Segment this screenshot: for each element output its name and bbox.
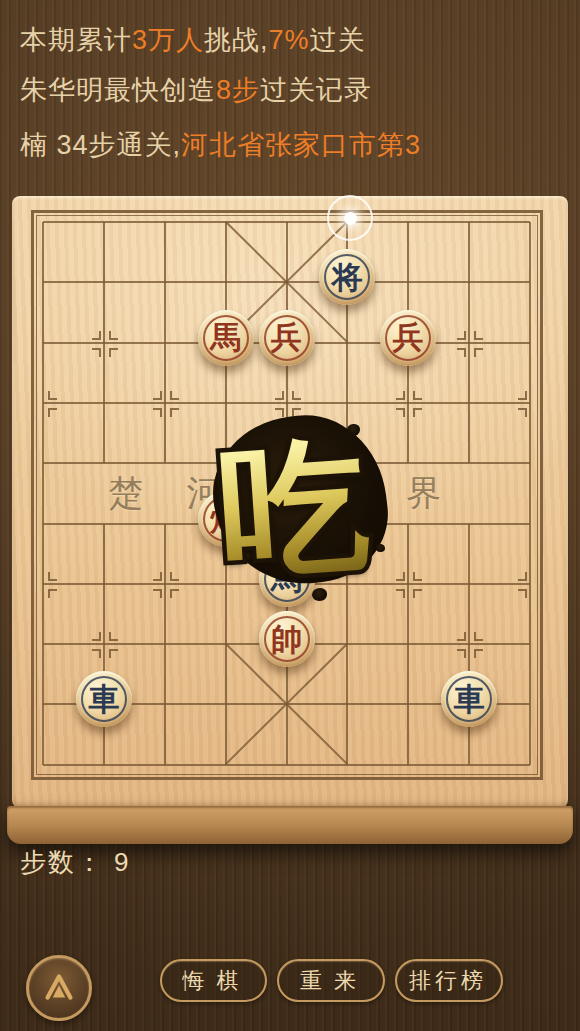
stats-segment: 挑战, xyxy=(204,25,269,55)
point-marker xyxy=(457,649,466,658)
xiangqi-board[interactable]: 楚 河 漢 界 将馬兵兵炮兵馬帥車車 吃 吃 xyxy=(12,196,568,808)
piece-character: 車 xyxy=(88,684,119,715)
point-marker xyxy=(474,649,483,658)
point-marker xyxy=(48,589,57,598)
last-move-dot-icon xyxy=(344,212,357,225)
point-marker xyxy=(396,589,405,598)
point-marker xyxy=(48,391,57,400)
stats-segment: 过关 xyxy=(310,25,366,55)
restart-button[interactable]: 重来 xyxy=(277,959,385,1002)
point-marker xyxy=(92,649,101,658)
board-front-edge xyxy=(7,806,573,844)
stats-segment: 楠 34步通关, xyxy=(20,130,181,160)
point-marker xyxy=(92,348,101,357)
point-marker xyxy=(92,632,101,641)
point-marker xyxy=(109,331,118,340)
stats-segment: 3万人 xyxy=(132,25,204,55)
stats-segment: 过关记录 xyxy=(260,75,372,105)
point-marker xyxy=(474,632,483,641)
point-marker xyxy=(292,391,301,400)
expand-button[interactable] xyxy=(26,955,92,1021)
stats-line-2: 朱华明最快创造8步过关记录 xyxy=(20,72,372,108)
grid-line-v xyxy=(164,222,166,463)
point-marker xyxy=(396,391,405,400)
point-marker xyxy=(170,391,179,400)
capture-text: 吃 xyxy=(215,429,373,587)
point-marker xyxy=(518,589,527,598)
grid-line-v xyxy=(529,222,531,765)
point-marker xyxy=(48,408,57,417)
grid-line-v xyxy=(407,524,409,765)
piece-red-兵[interactable]: 兵 xyxy=(380,310,436,366)
piece-character: 車 xyxy=(454,684,485,715)
piece-character: 将 xyxy=(332,262,363,293)
stats-segment: 朱华明最快创造 xyxy=(20,75,216,105)
point-marker xyxy=(518,391,527,400)
point-marker xyxy=(275,408,284,417)
grid-line-v xyxy=(468,222,470,463)
point-marker xyxy=(413,391,422,400)
piece-character: 帥 xyxy=(271,624,302,655)
point-marker xyxy=(92,331,101,340)
leaderboard-button[interactable]: 排行榜 xyxy=(395,959,503,1002)
step-counter-label: 步数： xyxy=(20,847,104,877)
stats-line-1: 本期累计3万人挑战,7%过关 xyxy=(20,22,366,58)
stats-line-3: 楠 34步通关,河北省张家口市第3 xyxy=(20,127,421,163)
ink-speck-icon xyxy=(376,544,385,552)
grid-line-v xyxy=(103,222,105,463)
grid-line-v xyxy=(164,524,166,765)
point-marker xyxy=(170,589,179,598)
piece-character: 兵 xyxy=(393,322,424,353)
grid-line-v xyxy=(42,222,44,765)
point-marker xyxy=(109,649,118,658)
point-marker xyxy=(413,408,422,417)
point-marker xyxy=(48,572,57,581)
step-counter-value: 9 xyxy=(114,847,130,877)
stats-segment: 8步 xyxy=(216,75,260,105)
point-marker xyxy=(474,348,483,357)
point-marker xyxy=(518,408,527,417)
point-marker xyxy=(413,589,422,598)
piece-character: 兵 xyxy=(271,322,302,353)
step-counter: 步数：9 xyxy=(20,845,130,880)
point-marker xyxy=(396,408,405,417)
point-marker xyxy=(153,589,162,598)
point-marker xyxy=(153,391,162,400)
point-marker xyxy=(109,632,118,641)
point-marker xyxy=(518,572,527,581)
undo-button[interactable]: 悔棋 xyxy=(160,959,267,1002)
point-marker xyxy=(153,408,162,417)
point-marker xyxy=(153,572,162,581)
point-marker xyxy=(275,391,284,400)
grid-line-v xyxy=(468,524,470,765)
point-marker xyxy=(109,348,118,357)
last-move-marker xyxy=(327,195,373,241)
piece-red-兵[interactable]: 兵 xyxy=(259,310,315,366)
point-marker xyxy=(170,572,179,581)
point-marker xyxy=(457,331,466,340)
point-marker xyxy=(413,572,422,581)
board-surface: 楚 河 漢 界 将馬兵兵炮兵馬帥車車 吃 吃 xyxy=(12,196,568,808)
up-arrow-icon xyxy=(40,969,78,1007)
stats-segment: 7% xyxy=(269,25,310,55)
grid-line-v xyxy=(103,524,105,765)
point-marker xyxy=(457,632,466,641)
stats-segment: 河北省张家口市第3 xyxy=(181,130,421,160)
point-marker xyxy=(170,408,179,417)
point-marker xyxy=(457,348,466,357)
piece-red-馬[interactable]: 馬 xyxy=(198,310,254,366)
point-marker xyxy=(474,331,483,340)
piece-character: 馬 xyxy=(210,322,241,353)
stats-segment: 本期累计 xyxy=(20,25,132,55)
point-marker xyxy=(396,572,405,581)
app-root: 本期累计3万人挑战,7%过关朱华明最快创造8步过关记录楠 34步通关,河北省张家… xyxy=(0,0,580,1031)
piece-red-帥[interactable]: 帥 xyxy=(259,611,315,667)
piece-black-車[interactable]: 車 xyxy=(76,671,132,727)
